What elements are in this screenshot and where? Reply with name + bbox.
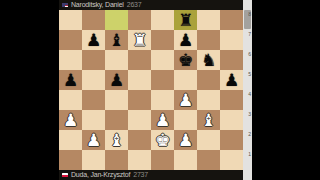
- square-d4[interactable]: [128, 90, 151, 110]
- piece-white-pawn: ♟: [174, 130, 197, 150]
- square-b3[interactable]: [82, 110, 105, 130]
- piece-white-pawn: ♟: [82, 130, 105, 150]
- piece-black-pawn: ♟: [220, 70, 243, 90]
- piece-black-rook: ♜: [174, 10, 197, 30]
- square-b4[interactable]: [82, 90, 105, 110]
- rank-label-3: 3: [244, 111, 251, 117]
- square-h5[interactable]: ♟: [220, 70, 243, 90]
- rank-label-2: 2: [244, 131, 251, 137]
- piece-black-king: ♚: [174, 50, 197, 70]
- square-d7[interactable]: ♜: [128, 30, 151, 50]
- square-g2[interactable]: [197, 130, 220, 150]
- square-d1[interactable]: [128, 150, 151, 170]
- piece-white-bishop: ♝: [105, 130, 128, 150]
- top-player-name: Naroditsky, Daniel: [71, 0, 124, 10]
- square-c4[interactable]: [105, 90, 128, 110]
- square-g5[interactable]: [197, 70, 220, 90]
- piece-black-pawn: ♟: [105, 70, 128, 90]
- rank-label-1: 1: [244, 151, 251, 157]
- square-c6[interactable]: [105, 50, 128, 70]
- piece-black-pawn: ♟: [59, 70, 82, 90]
- square-d6[interactable]: [128, 50, 151, 70]
- square-e5[interactable]: [151, 70, 174, 90]
- square-h8[interactable]: [220, 10, 243, 30]
- square-h3[interactable]: [220, 110, 243, 130]
- square-a8[interactable]: [59, 10, 82, 30]
- rank-label-5: 5: [244, 71, 251, 77]
- square-f5[interactable]: [174, 70, 197, 90]
- piece-white-pawn: ♟: [59, 110, 82, 130]
- square-a1[interactable]: [59, 150, 82, 170]
- rank-label-4: 4: [244, 91, 251, 97]
- square-g7[interactable]: [197, 30, 220, 50]
- piece-black-knight: ♞: [197, 50, 220, 70]
- square-c3[interactable]: [105, 110, 128, 130]
- square-f6[interactable]: ♚: [174, 50, 197, 70]
- piece-black-pawn: ♟: [82, 30, 105, 50]
- square-h2[interactable]: [220, 130, 243, 150]
- square-c1[interactable]: [105, 150, 128, 170]
- poland-flag-icon: [62, 173, 68, 177]
- square-c5[interactable]: ♟: [105, 70, 128, 90]
- square-e6[interactable]: [151, 50, 174, 70]
- piece-white-king: ♚: [151, 130, 174, 150]
- piece-white-pawn: ♟: [174, 90, 197, 110]
- bottom-player-bar: Duda, Jan-Krzysztof 2737: [59, 170, 243, 180]
- square-b7[interactable]: ♟: [82, 30, 105, 50]
- square-a3[interactable]: ♟: [59, 110, 82, 130]
- bottom-player-name: Duda, Jan-Krzysztof: [71, 170, 130, 180]
- square-f1[interactable]: [174, 150, 197, 170]
- square-d8[interactable]: [128, 10, 151, 30]
- top-player-rating: 2637: [127, 0, 142, 10]
- piece-black-pawn: ♟: [174, 30, 197, 50]
- square-f2[interactable]: ♟: [174, 130, 197, 150]
- square-a4[interactable]: [59, 90, 82, 110]
- piece-white-bishop: ♝: [197, 110, 220, 130]
- square-b6[interactable]: [82, 50, 105, 70]
- square-g3[interactable]: ♝: [197, 110, 220, 130]
- square-a2[interactable]: [59, 130, 82, 150]
- square-b1[interactable]: [82, 150, 105, 170]
- piece-white-rook: ♜: [128, 30, 151, 50]
- square-c7[interactable]: ♝: [105, 30, 128, 50]
- square-b5[interactable]: [82, 70, 105, 90]
- square-b8[interactable]: [82, 10, 105, 30]
- right-scrollbar[interactable]: 87654321: [243, 0, 252, 180]
- piece-white-pawn: ♟: [151, 110, 174, 130]
- square-f3[interactable]: [174, 110, 197, 130]
- rank-label-8: 8: [244, 11, 251, 17]
- square-g6[interactable]: ♞: [197, 50, 220, 70]
- square-e7[interactable]: [151, 30, 174, 50]
- square-f7[interactable]: ♟: [174, 30, 197, 50]
- square-e3[interactable]: ♟: [151, 110, 174, 130]
- square-g4[interactable]: [197, 90, 220, 110]
- bottom-player-rating: 2737: [133, 170, 148, 180]
- square-a5[interactable]: ♟: [59, 70, 82, 90]
- square-e2[interactable]: ♚: [151, 130, 174, 150]
- square-a7[interactable]: [59, 30, 82, 50]
- square-g1[interactable]: [197, 150, 220, 170]
- square-e8[interactable]: [151, 10, 174, 30]
- square-h4[interactable]: [220, 90, 243, 110]
- rank-label-7: 7: [244, 31, 251, 37]
- rank-label-6: 6: [244, 51, 251, 57]
- piece-black-bishop: ♝: [105, 30, 128, 50]
- square-h7[interactable]: [220, 30, 243, 50]
- square-d2[interactable]: [128, 130, 151, 150]
- square-c2[interactable]: ♝: [105, 130, 128, 150]
- square-g8[interactable]: [197, 10, 220, 30]
- square-d3[interactable]: [128, 110, 151, 130]
- square-f4[interactable]: ♟: [174, 90, 197, 110]
- square-b2[interactable]: ♟: [82, 130, 105, 150]
- square-h6[interactable]: [220, 50, 243, 70]
- square-e1[interactable]: [151, 150, 174, 170]
- us-flag-icon: [62, 3, 68, 7]
- square-h1[interactable]: [220, 150, 243, 170]
- square-e4[interactable]: [151, 90, 174, 110]
- square-d5[interactable]: [128, 70, 151, 90]
- video-frame: Naroditsky, Daniel 2637 ♜♟♝♜♟♚♞♟♟♟♟♟♟♝♟♝…: [0, 0, 320, 180]
- square-c8[interactable]: [105, 10, 128, 30]
- square-a6[interactable]: [59, 50, 82, 70]
- square-f8[interactable]: ♜: [174, 10, 197, 30]
- chess-board: ♜♟♝♜♟♚♞♟♟♟♟♟♟♝♟♝♚♟: [59, 10, 243, 170]
- top-player-bar: Naroditsky, Daniel 2637: [59, 0, 243, 10]
